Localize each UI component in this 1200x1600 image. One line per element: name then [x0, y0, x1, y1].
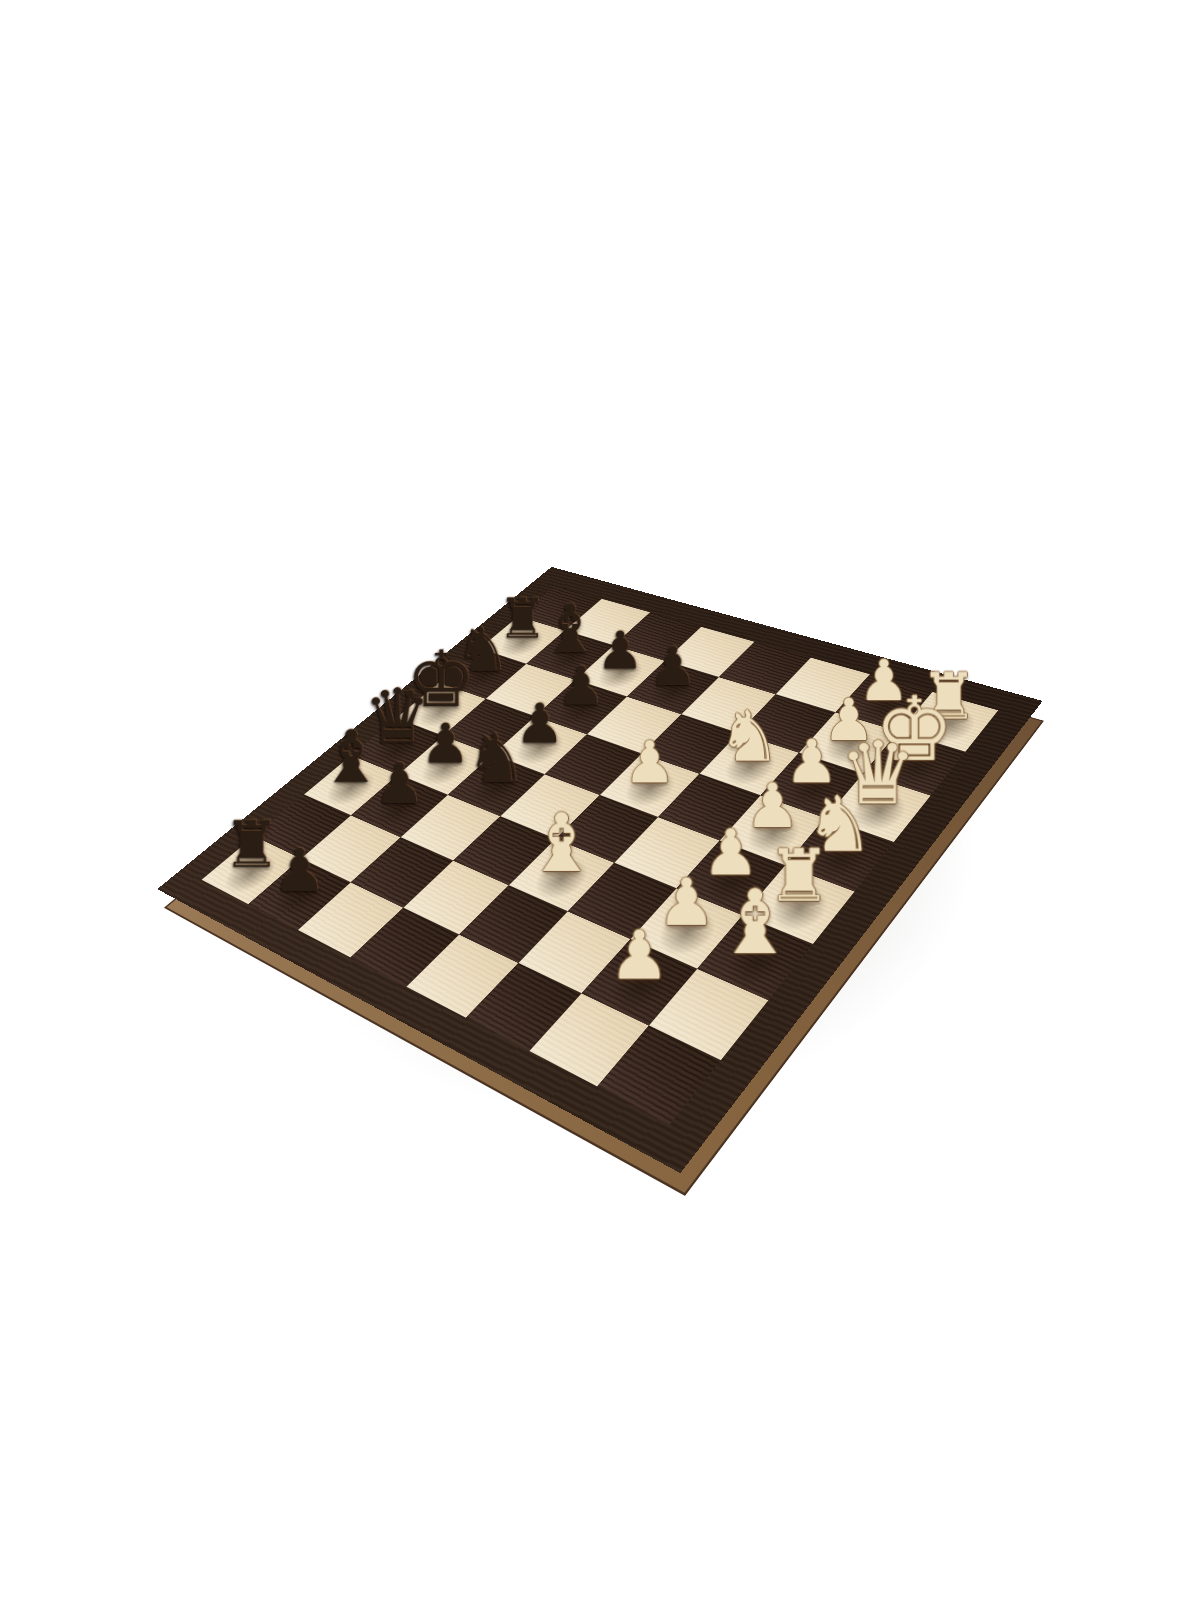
chessboard[interactable]: ♚♛♜♜♝♝♞♞♟♟♟♟♟♟♟♟♚♛♜♜♝♝♞♞♟♟♟♟♟♟♟: [157, 567, 1042, 1173]
photo-stage: ♚♛♜♜♝♝♞♞♟♟♟♟♟♟♟♟♚♛♜♜♝♝♞♞♟♟♟♟♟♟♟: [0, 0, 1200, 1600]
piece-black-rook-a8[interactable]: ♜: [223, 813, 280, 877]
